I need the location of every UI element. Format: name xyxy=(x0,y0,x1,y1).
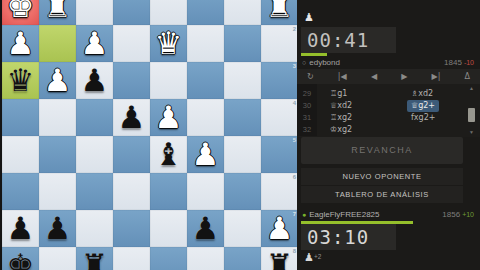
white-move-31[interactable]: ♖xg2 xyxy=(317,112,398,124)
square-c1[interactable] xyxy=(187,0,224,25)
game-screen: ♚♜♜1♟♟♛2♛♟♟3♟♟4♝♟56♟♟♟♟7♚♜♜8 ♟ 00:41 ○ed… xyxy=(0,0,480,270)
last-move-icon[interactable]: ▶| xyxy=(432,69,441,84)
top-player-rating-delta: -10 xyxy=(464,59,474,66)
square-g1[interactable]: ♜ xyxy=(39,0,76,25)
square-h3[interactable]: ♛ xyxy=(2,62,39,99)
square-b2[interactable] xyxy=(224,25,261,62)
square-b8[interactable] xyxy=(224,247,261,270)
move-row: 30♕xd2♕g2+ xyxy=(297,100,480,112)
previous-move-icon[interactable]: ◀ xyxy=(371,69,377,84)
white-rook: ♜ xyxy=(39,0,76,25)
top-player-name: edybond xyxy=(309,58,340,67)
move-list[interactable]: 28♖f1♕h329♖g1♗xd230♕xd2♕g2+31♖xg2fxg2+32… xyxy=(297,84,480,137)
move-number: 30 xyxy=(297,100,317,112)
square-c6[interactable] xyxy=(187,173,224,210)
square-d7[interactable] xyxy=(150,210,187,247)
square-e8[interactable] xyxy=(113,247,150,270)
square-e4[interactable]: ♟ xyxy=(113,99,150,136)
square-g3[interactable]: ♟ xyxy=(39,62,76,99)
black-pawn: ♟ xyxy=(39,210,76,247)
rank-coordinate-label: 7 xyxy=(293,211,296,217)
square-h5[interactable] xyxy=(2,136,39,173)
scrollbar-handle[interactable] xyxy=(468,108,475,122)
rank-coordinate-label: 2 xyxy=(293,26,296,32)
black-pawn: ♟ xyxy=(76,62,113,99)
black-rook: ♜ xyxy=(261,247,297,270)
square-e7[interactable] xyxy=(113,210,150,247)
white-move-32[interactable]: ♔xg2 xyxy=(317,124,398,136)
bottom-player-row[interactable]: ●EagleFlyFREE2825 1856+10 xyxy=(302,209,474,220)
top-player-row[interactable]: ○edybond 1845-10 xyxy=(302,57,474,68)
square-a1[interactable]: ♜1 xyxy=(261,0,297,25)
move-number: 29 xyxy=(297,88,317,100)
white-pawn: ♟ xyxy=(187,136,224,173)
square-h1[interactable]: ♚ xyxy=(2,0,39,25)
white-queen: ♛ xyxy=(150,25,187,62)
square-d8[interactable] xyxy=(150,247,187,270)
square-h8[interactable]: ♚ xyxy=(2,247,39,270)
square-f2[interactable]: ♟ xyxy=(76,25,113,62)
move-row: 32♔xg2 xyxy=(297,124,480,136)
square-b3[interactable] xyxy=(224,62,261,99)
square-a3[interactable]: 3 xyxy=(261,62,297,99)
white-pawn: ♟ xyxy=(261,210,297,247)
square-c7[interactable]: ♟ xyxy=(187,210,224,247)
chess-board[interactable]: ♚♜♜1♟♟♛2♛♟♟3♟♟4♝♟56♟♟♟♟7♚♜♜8 xyxy=(2,0,297,270)
square-d3[interactable] xyxy=(150,62,187,99)
rank-coordinate-label: 5 xyxy=(293,137,296,143)
captured-pieces-bottom: ♟+2 xyxy=(304,251,321,264)
square-b7[interactable] xyxy=(224,210,261,247)
white-move-30[interactable]: ♕xd2 xyxy=(317,100,398,112)
square-e1[interactable] xyxy=(113,0,150,25)
square-c4[interactable] xyxy=(187,99,224,136)
scroll-down-icon[interactable]: ▼ xyxy=(469,130,474,135)
square-f5[interactable] xyxy=(76,136,113,173)
square-h7[interactable]: ♟ xyxy=(2,210,39,247)
square-d5[interactable]: ♝ xyxy=(150,136,187,173)
move-list-scrollbar[interactable]: ▲ ▼ xyxy=(467,84,476,137)
square-d1[interactable] xyxy=(150,0,187,25)
square-c5[interactable]: ♟ xyxy=(187,136,224,173)
square-e6[interactable] xyxy=(113,173,150,210)
square-a2[interactable]: 2 xyxy=(261,25,297,62)
square-g8[interactable] xyxy=(39,247,76,270)
top-player-time-bar xyxy=(301,53,327,56)
black-rook: ♜ xyxy=(76,247,113,270)
square-a7[interactable]: ♟7 xyxy=(261,210,297,247)
top-player-clock: 00:41 xyxy=(301,27,396,53)
square-f7[interactable] xyxy=(76,210,113,247)
square-d4[interactable]: ♟ xyxy=(150,99,187,136)
bottom-player-rating: 1856 xyxy=(442,210,460,219)
captured-pieces-top: ♟ xyxy=(304,12,314,24)
white-move-29[interactable]: ♖g1 xyxy=(317,88,398,100)
next-move-icon[interactable]: ▶ xyxy=(401,69,407,84)
square-f4[interactable] xyxy=(76,99,113,136)
white-pawn: ♟ xyxy=(150,99,187,136)
square-d6[interactable] xyxy=(150,173,187,210)
square-d2[interactable]: ♛ xyxy=(150,25,187,62)
bottom-player-name: EagleFlyFREE2825 xyxy=(309,210,379,219)
square-c3[interactable] xyxy=(187,62,224,99)
rank-coordinate-label: 4 xyxy=(293,100,296,106)
move-number: 32 xyxy=(297,124,317,136)
black-pawn: ♟ xyxy=(2,210,39,247)
square-a4[interactable]: 4 xyxy=(261,99,297,136)
black-pawn: ♟ xyxy=(113,99,150,136)
square-c8[interactable] xyxy=(187,247,224,270)
square-f3[interactable]: ♟ xyxy=(76,62,113,99)
square-a8[interactable]: ♜8 xyxy=(261,247,297,270)
black-pawn: ♟ xyxy=(187,210,224,247)
white-king: ♚ xyxy=(2,0,39,25)
square-f8[interactable]: ♜ xyxy=(76,247,113,270)
white-pawn: ♟ xyxy=(76,25,113,62)
square-b1[interactable] xyxy=(224,0,261,25)
square-b6[interactable] xyxy=(224,173,261,210)
square-e5[interactable] xyxy=(113,136,150,173)
top-player-rating: 1845 xyxy=(444,58,462,67)
square-h2[interactable]: ♟ xyxy=(2,25,39,62)
move-rows: 28♖f1♕h329♖g1♗xd230♕xd2♕g2+31♖xg2fxg2+32… xyxy=(297,84,480,136)
move-row: 31♖xg2fxg2+ xyxy=(297,112,480,124)
white-pawn: ♟ xyxy=(39,62,76,99)
square-f6[interactable] xyxy=(76,173,113,210)
sidebar: ♟ 00:41 ○edybond 1845-10 ↻ |◀ ◀ ▶ ▶| Δ 2… xyxy=(297,0,480,270)
square-a6[interactable]: 6 xyxy=(261,173,297,210)
replay-controls: ↻ |◀ ◀ ▶ ▶| Δ xyxy=(297,69,480,84)
square-e2[interactable] xyxy=(113,25,150,62)
square-a5[interactable]: 5 xyxy=(261,136,297,173)
analysis-flask-icon[interactable]: Δ xyxy=(465,69,470,84)
chess-board-area: ♚♜♜1♟♟♛2♛♟♟3♟♟4♝♟56♟♟♟♟7♚♜♜8 xyxy=(0,0,297,270)
black-king: ♚ xyxy=(2,247,39,270)
material-advantage: +2 xyxy=(314,253,321,260)
square-e3[interactable] xyxy=(113,62,150,99)
white-rook: ♜ xyxy=(261,0,297,25)
move-row: 29♖g1♗xd2 xyxy=(297,88,480,100)
bottom-player-rating-delta: +10 xyxy=(462,211,474,218)
online-dot-icon: ● xyxy=(302,211,306,218)
flip-board-icon[interactable]: ↻ xyxy=(307,69,314,84)
offline-circle-icon: ○ xyxy=(302,59,306,66)
analysis-board-button[interactable]: TABLERO DE ANÁLISIS xyxy=(301,186,463,203)
square-c2[interactable] xyxy=(187,25,224,62)
square-b4[interactable] xyxy=(224,99,261,136)
rematch-button[interactable]: REVANCHA xyxy=(301,137,463,164)
square-g7[interactable]: ♟ xyxy=(39,210,76,247)
rank-coordinate-label: 6 xyxy=(293,174,296,180)
square-g4[interactable] xyxy=(39,99,76,136)
bottom-player-clock: 03:10 xyxy=(301,224,396,250)
square-h4[interactable] xyxy=(2,99,39,136)
rank-coordinate-label: 3 xyxy=(293,63,296,69)
square-f1[interactable] xyxy=(76,0,113,25)
black-queen: ♛ xyxy=(2,62,39,99)
square-h6[interactable] xyxy=(2,173,39,210)
scroll-up-icon[interactable]: ▲ xyxy=(469,86,474,91)
move-number: 31 xyxy=(297,112,317,124)
square-g5[interactable] xyxy=(39,136,76,173)
new-opponent-button[interactable]: NUEVO OPONENTE xyxy=(301,168,463,185)
square-g2[interactable] xyxy=(39,25,76,62)
white-pawn: ♟ xyxy=(2,25,39,62)
black-bishop: ♝ xyxy=(150,136,187,173)
rank-coordinate-label: 8 xyxy=(293,248,296,254)
square-g6[interactable] xyxy=(39,173,76,210)
first-move-icon[interactable]: |◀ xyxy=(338,69,347,84)
square-b5[interactable] xyxy=(224,136,261,173)
